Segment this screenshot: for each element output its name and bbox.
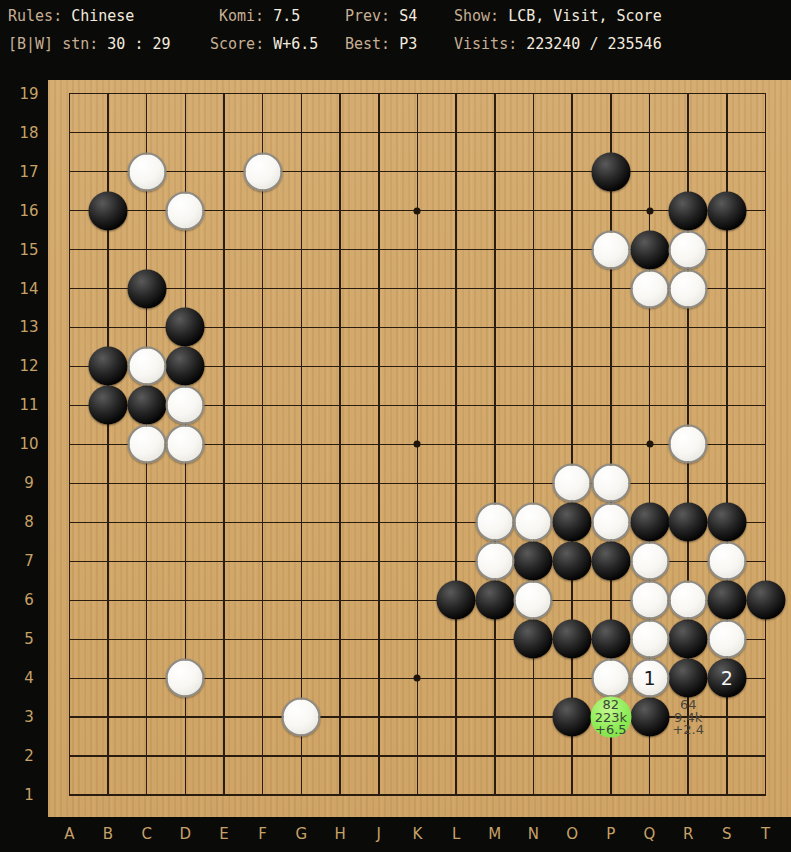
- grid-line: [571, 93, 573, 796]
- black-stone[interactable]: [591, 620, 630, 659]
- black-stone[interactable]: [746, 581, 785, 620]
- black-stone[interactable]: [88, 386, 127, 425]
- black-stone[interactable]: [707, 191, 746, 230]
- coordinate-label: N: [528, 825, 539, 843]
- white-stone[interactable]: [514, 581, 553, 620]
- show-label: Show:: [454, 7, 499, 25]
- komi-label: Komi:: [219, 7, 264, 25]
- prev-move-field: Prev:S4: [345, 7, 417, 25]
- black-stone[interactable]: [669, 659, 708, 698]
- coordinate-label: 12: [19, 357, 38, 375]
- white-stone[interactable]: [669, 269, 708, 308]
- black-stone[interactable]: [514, 620, 553, 659]
- prev-move-label: Prev:: [345, 7, 390, 25]
- coordinate-label: T: [761, 825, 770, 843]
- black-stone[interactable]: [127, 386, 166, 425]
- coordinate-label: 4: [24, 669, 34, 687]
- black-stone[interactable]: [437, 581, 476, 620]
- move-number-label: 2: [721, 669, 733, 688]
- black-stone[interactable]: [669, 503, 708, 542]
- white-stone[interactable]: [630, 542, 669, 581]
- white-stone[interactable]: [669, 230, 708, 269]
- white-stone[interactable]: [630, 581, 669, 620]
- grid-line: [765, 93, 767, 796]
- black-stone[interactable]: [88, 191, 127, 230]
- coordinate-label: 18: [19, 124, 38, 142]
- white-stone[interactable]: [475, 503, 514, 542]
- coordinate-label: 7: [24, 552, 34, 570]
- white-stone[interactable]: [127, 425, 166, 464]
- coordinate-label: B: [103, 825, 113, 843]
- coordinate-label: A: [64, 825, 74, 843]
- black-stone[interactable]: [630, 230, 669, 269]
- coordinate-label: C: [141, 825, 151, 843]
- black-stone[interactable]: [514, 542, 553, 581]
- coordinate-label: 10: [19, 435, 38, 453]
- white-stone[interactable]: [166, 191, 205, 230]
- grid-line: [69, 483, 767, 485]
- star-point: [646, 441, 653, 448]
- white-stone[interactable]: [591, 464, 630, 503]
- coordinate-label: F: [258, 825, 267, 843]
- suggested-move-P3[interactable]: 82223k+6.5: [590, 697, 631, 738]
- coordinate-label: 6: [24, 591, 34, 609]
- grid-line: [455, 93, 457, 796]
- komi-value: 7.5: [273, 7, 300, 25]
- coordinate-label: 1: [24, 786, 34, 804]
- coordinate-label: D: [180, 825, 192, 843]
- star-point: [414, 207, 421, 214]
- coordinate-label: 8: [24, 513, 34, 531]
- visits-value: 223240 / 235546: [526, 35, 661, 53]
- black-stone[interactable]: [553, 698, 592, 737]
- star-point: [414, 675, 421, 682]
- white-stone[interactable]: [127, 347, 166, 386]
- coordinate-label: 16: [19, 202, 38, 220]
- move-number-label: 1: [643, 669, 655, 688]
- black-stone[interactable]: [127, 269, 166, 308]
- black-stone[interactable]: [553, 503, 592, 542]
- best-move-value: P3: [399, 35, 417, 53]
- black-stone[interactable]: [707, 503, 746, 542]
- stone-count-label: [B|W] stn:: [8, 35, 98, 53]
- rules-value: Chinese: [71, 7, 134, 25]
- black-stone[interactable]: [630, 698, 669, 737]
- white-stone[interactable]: [707, 620, 746, 659]
- white-stone[interactable]: [166, 425, 205, 464]
- white-stone[interactable]: [707, 542, 746, 581]
- rules-label: Rules:: [8, 7, 62, 25]
- white-stone[interactable]: [553, 464, 592, 503]
- stone-count-field: [B|W] stn:30 : 29: [8, 35, 171, 53]
- black-stone[interactable]: [591, 152, 630, 191]
- white-stone[interactable]: [127, 152, 166, 191]
- show-field: Show:LCB, Visit, Score: [454, 7, 662, 25]
- app-root: Rules:Chinese Komi:7.5 Prev:S4 Show:LCB,…: [0, 0, 791, 852]
- white-stone[interactable]: [166, 659, 205, 698]
- go-board[interactable]: 2182223k+6.5649.4k+2.4: [48, 80, 791, 817]
- white-stone[interactable]: 1: [630, 659, 669, 698]
- black-stone[interactable]: [630, 503, 669, 542]
- white-stone[interactable]: [514, 503, 553, 542]
- score-field: Score:W+6.5: [210, 35, 318, 53]
- white-stone[interactable]: [669, 425, 708, 464]
- white-stone[interactable]: [591, 230, 630, 269]
- coordinate-label: 13: [19, 318, 38, 336]
- white-stone[interactable]: [630, 620, 669, 659]
- coordinate-label: O: [566, 825, 578, 843]
- black-stone[interactable]: [475, 581, 514, 620]
- show-value: LCB, Visit, Score: [508, 7, 662, 25]
- white-stone[interactable]: [243, 152, 282, 191]
- coordinate-label: K: [412, 825, 422, 843]
- suggestion-stat: +6.5: [595, 723, 627, 735]
- star-point: [646, 207, 653, 214]
- best-move-label: Best:: [345, 35, 390, 53]
- black-stone[interactable]: [707, 581, 746, 620]
- star-point: [414, 441, 421, 448]
- coordinate-label: L: [452, 825, 460, 843]
- rules-field: Rules:Chinese: [8, 7, 134, 25]
- black-stone[interactable]: [553, 620, 592, 659]
- black-stone[interactable]: [669, 620, 708, 659]
- coordinate-label: 2: [24, 747, 34, 765]
- black-stone[interactable]: [669, 191, 708, 230]
- grid-line: [69, 755, 767, 757]
- black-stone[interactable]: [166, 347, 205, 386]
- white-stone[interactable]: [475, 542, 514, 581]
- coordinate-label: H: [334, 825, 345, 843]
- black-stone[interactable]: 2: [707, 659, 746, 698]
- coordinate-label: M: [488, 825, 501, 843]
- suggested-move-R3[interactable]: 649.4k+2.4: [672, 699, 704, 736]
- coordinate-label: 9: [24, 474, 34, 492]
- score-label: Score:: [210, 35, 264, 53]
- prev-move-value: S4: [399, 7, 417, 25]
- white-stone[interactable]: [591, 659, 630, 698]
- coordinate-label: 14: [19, 280, 38, 298]
- coordinate-label: 15: [19, 241, 38, 259]
- visits-field: Visits:223240 / 235546: [454, 35, 662, 53]
- coordinate-label: G: [296, 825, 308, 843]
- best-move-field: Best:P3: [345, 35, 417, 53]
- grid-line: [494, 93, 496, 796]
- coordinate-label: 5: [24, 630, 34, 648]
- grid-line: [69, 794, 767, 796]
- black-stone[interactable]: [553, 542, 592, 581]
- white-stone[interactable]: [282, 698, 321, 737]
- komi-field: Komi:7.5: [219, 7, 300, 25]
- white-stone[interactable]: [591, 503, 630, 542]
- visits-label: Visits:: [454, 35, 517, 53]
- coordinate-label: Q: [644, 825, 656, 843]
- white-stone[interactable]: [669, 581, 708, 620]
- coordinate-label: P: [606, 825, 615, 843]
- white-stone[interactable]: [630, 269, 669, 308]
- coordinate-label: S: [722, 825, 732, 843]
- coordinate-label: R: [683, 825, 693, 843]
- coordinate-label: 3: [24, 708, 34, 726]
- suggestion-stat: +2.4: [672, 723, 704, 735]
- coordinate-label: 11: [19, 396, 38, 414]
- black-stone[interactable]: [591, 542, 630, 581]
- score-value: W+6.5: [273, 35, 318, 53]
- coordinate-label: 19: [19, 85, 38, 103]
- coordinate-label: 17: [19, 163, 38, 181]
- stone-count-value: 30 : 29: [107, 35, 170, 53]
- coordinate-label: J: [377, 825, 381, 843]
- black-stone[interactable]: [88, 347, 127, 386]
- grid-line: [533, 93, 535, 796]
- white-stone[interactable]: [166, 386, 205, 425]
- black-stone[interactable]: [166, 308, 205, 347]
- coordinate-label: E: [219, 825, 228, 843]
